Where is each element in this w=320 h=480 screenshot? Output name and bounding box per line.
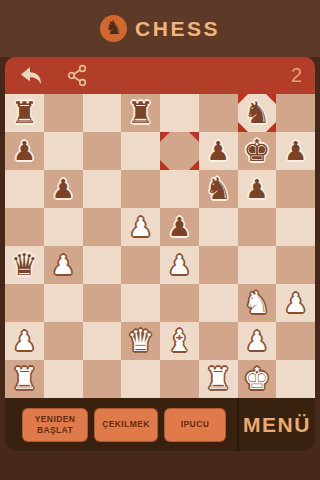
square-f1[interactable]: ♜ (199, 360, 238, 398)
white-bishop[interactable]: ♝ (166, 326, 193, 356)
black-rook[interactable]: ♜ (11, 98, 38, 128)
square-e5[interactable]: ♟ (160, 208, 199, 246)
square-e2[interactable]: ♝ (160, 322, 199, 360)
square-d7[interactable] (121, 132, 160, 170)
square-h5[interactable] (276, 208, 315, 246)
square-b7[interactable] (44, 132, 83, 170)
black-pawn[interactable]: ♟ (206, 138, 229, 164)
white-king[interactable]: ♚ (243, 364, 270, 394)
last-move-highlight-corner (266, 94, 276, 104)
last-move-highlight-corner (266, 122, 276, 132)
square-g8[interactable]: ♞ (238, 94, 277, 132)
square-c7[interactable] (83, 132, 122, 170)
square-c5[interactable] (83, 208, 122, 246)
back-button[interactable] (18, 65, 44, 87)
square-h7[interactable]: ♟ (276, 132, 315, 170)
square-g5[interactable] (238, 208, 277, 246)
white-pawn[interactable]: ♟ (13, 328, 36, 354)
square-b1[interactable] (44, 360, 83, 398)
app-header: ♞ CHESS (0, 0, 320, 57)
square-c6[interactable] (83, 170, 122, 208)
last-move-highlight-corner (160, 132, 170, 142)
square-b2[interactable] (44, 322, 83, 360)
square-f5[interactable] (199, 208, 238, 246)
square-b4[interactable]: ♟ (44, 246, 83, 284)
square-e3[interactable] (160, 284, 199, 322)
restart-button-line2: BAŞLAT (37, 425, 73, 436)
square-b3[interactable] (44, 284, 83, 322)
square-h1[interactable] (276, 360, 315, 398)
menu-section: MENÜ (237, 398, 315, 451)
square-d3[interactable] (121, 284, 160, 322)
share-icon (66, 64, 88, 87)
white-knight[interactable]: ♞ (243, 288, 270, 318)
back-arrow-icon (18, 65, 44, 87)
menu-button[interactable]: MENÜ (243, 413, 311, 437)
white-rook[interactable]: ♜ (205, 364, 232, 394)
square-a4[interactable]: ♛ (5, 246, 44, 284)
square-a5[interactable] (5, 208, 44, 246)
square-b5[interactable] (44, 208, 83, 246)
square-h4[interactable] (276, 246, 315, 284)
square-e7[interactable] (160, 132, 199, 170)
square-e6[interactable] (160, 170, 199, 208)
black-pawn[interactable]: ♟ (51, 176, 74, 202)
black-pawn[interactable]: ♟ (13, 138, 36, 164)
square-h2[interactable] (276, 322, 315, 360)
square-e8[interactable] (160, 94, 199, 132)
square-c1[interactable] (83, 360, 122, 398)
square-a6[interactable] (5, 170, 44, 208)
square-g6[interactable]: ♟ (238, 170, 277, 208)
square-f4[interactable] (199, 246, 238, 284)
resign-button[interactable]: ÇEKILMEK (94, 408, 158, 442)
square-f2[interactable] (199, 322, 238, 360)
last-move-highlight-corner (189, 160, 199, 170)
square-g1[interactable]: ♚ (238, 360, 277, 398)
last-move-highlight-corner (238, 122, 248, 132)
footer-buttons: YENIDEN BAŞLAT ÇEKILMEK IPUCU (5, 398, 237, 451)
square-b6[interactable]: ♟ (44, 170, 83, 208)
square-f8[interactable] (199, 94, 238, 132)
square-d5[interactable]: ♟ (121, 208, 160, 246)
square-c4[interactable] (83, 246, 122, 284)
square-c3[interactable] (83, 284, 122, 322)
square-f7[interactable]: ♟ (199, 132, 238, 170)
last-move-highlight-corner (160, 160, 170, 170)
last-move-highlight-corner (189, 132, 199, 142)
square-d6[interactable] (121, 170, 160, 208)
square-d4[interactable] (121, 246, 160, 284)
app-logo: ♞ (100, 15, 127, 42)
square-a8[interactable]: ♜ (5, 94, 44, 132)
white-pawn[interactable]: ♟ (245, 328, 268, 354)
square-a1[interactable]: ♜ (5, 360, 44, 398)
white-pawn[interactable]: ♟ (168, 252, 191, 278)
last-move-highlight-corner (238, 94, 248, 104)
black-queen[interactable]: ♛ (11, 250, 38, 280)
black-knight[interactable]: ♞ (205, 174, 232, 204)
square-f3[interactable] (199, 284, 238, 322)
square-d1[interactable] (121, 360, 160, 398)
square-a2[interactable]: ♟ (5, 322, 44, 360)
square-c2[interactable] (83, 322, 122, 360)
footer-bar: YENIDEN BAŞLAT ÇEKILMEK IPUCU MENÜ (5, 398, 315, 451)
hint-button-label: IPUCU (181, 419, 209, 430)
square-e4[interactable]: ♟ (160, 246, 199, 284)
square-f6[interactable]: ♞ (199, 170, 238, 208)
square-c8[interactable] (83, 94, 122, 132)
square-a3[interactable] (5, 284, 44, 322)
square-h6[interactable] (276, 170, 315, 208)
chess-board: ♜♜♞♟♟♚♟♟♞♟♟♟♛♟♟♞♟♟♛♝♟♜♜♚ (5, 94, 315, 398)
black-pawn[interactable]: ♟ (284, 138, 307, 164)
square-h3[interactable]: ♟ (276, 284, 315, 322)
black-pawn[interactable]: ♟ (245, 176, 268, 202)
square-g7[interactable]: ♚ (238, 132, 277, 170)
resign-button-label: ÇEKILMEK (102, 419, 150, 430)
black-rook[interactable]: ♜ (127, 98, 154, 128)
square-d8[interactable]: ♜ (121, 94, 160, 132)
share-button[interactable] (66, 64, 88, 87)
square-g3[interactable]: ♞ (238, 284, 277, 322)
move-counter: 2 (291, 64, 302, 87)
square-d2[interactable]: ♛ (121, 322, 160, 360)
black-king[interactable]: ♚ (243, 136, 270, 166)
app-title: CHESS (135, 17, 220, 41)
white-pawn[interactable]: ♟ (129, 214, 152, 240)
white-pawn[interactable]: ♟ (284, 290, 307, 316)
square-b8[interactable] (44, 94, 83, 132)
white-queen[interactable]: ♛ (127, 326, 154, 356)
hint-button[interactable]: IPUCU (164, 408, 226, 442)
white-pawn[interactable]: ♟ (51, 252, 74, 278)
square-a7[interactable]: ♟ (5, 132, 44, 170)
game-toolbar: 2 (5, 57, 315, 94)
white-rook[interactable]: ♜ (11, 364, 38, 394)
black-pawn[interactable]: ♟ (168, 214, 191, 240)
restart-button-line1: YENIDEN (35, 414, 76, 425)
square-h8[interactable] (276, 94, 315, 132)
knight-logo-icon: ♞ (105, 18, 122, 37)
restart-button[interactable]: YENIDEN BAŞLAT (22, 408, 88, 442)
square-g4[interactable] (238, 246, 277, 284)
board-frame: ♜♜♞♟♟♚♟♟♞♟♟♟♛♟♟♞♟♟♛♝♟♜♜♚ (0, 94, 320, 398)
square-g2[interactable]: ♟ (238, 322, 277, 360)
square-e1[interactable] (160, 360, 199, 398)
